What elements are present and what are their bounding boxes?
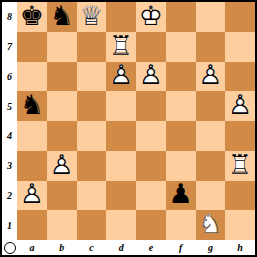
chess-board: ♚♞♛♕♚♔♜♖♟♙♟♙♟♙♞♟♙♟♙♜♖♟♙♟♞♘	[17, 2, 255, 240]
rank-label-5: 5	[2, 91, 17, 121]
file-label-g: g	[196, 240, 226, 255]
piece-white-pawn-g6[interactable]: ♟♙	[196, 62, 226, 92]
file-label-d: d	[106, 240, 136, 255]
file-label-b: b	[47, 240, 77, 255]
piece-white-pawn-e6[interactable]: ♟♙	[136, 62, 166, 92]
file-label-f: f	[166, 240, 196, 255]
square-d2[interactable]	[106, 181, 136, 211]
square-e7[interactable]	[136, 32, 166, 62]
rank-label-4: 4	[2, 121, 17, 151]
square-g3[interactable]	[196, 151, 226, 181]
square-d3[interactable]	[106, 151, 136, 181]
black-pawn-icon: ♟	[169, 181, 193, 208]
white-pawn-outline-icon: ♙	[109, 62, 133, 89]
square-d1[interactable]	[106, 210, 136, 240]
square-a1[interactable]	[17, 210, 47, 240]
rank-labels: 87654321	[2, 2, 17, 240]
square-d7[interactable]: ♜♖	[106, 32, 136, 62]
square-g2[interactable]	[196, 181, 226, 211]
square-h8[interactable]	[225, 2, 255, 32]
black-knight-icon: ♞	[20, 92, 44, 119]
white-pawn-outline-icon: ♙	[198, 62, 222, 89]
square-b7[interactable]	[47, 32, 77, 62]
square-f4[interactable]	[166, 121, 196, 151]
piece-white-pawn-h5[interactable]: ♟♙	[225, 91, 255, 121]
white-king-outline-icon: ♔	[139, 2, 163, 29]
square-e1[interactable]	[136, 210, 166, 240]
square-b8[interactable]: ♞	[47, 2, 77, 32]
square-c3[interactable]	[77, 151, 107, 181]
rank-label-6: 6	[2, 62, 17, 92]
rank-label-2: 2	[2, 181, 17, 211]
square-f8[interactable]	[166, 2, 196, 32]
square-b2[interactable]	[47, 181, 77, 211]
square-b6[interactable]	[47, 62, 77, 92]
square-e8[interactable]: ♚♔	[136, 2, 166, 32]
square-h1[interactable]	[225, 210, 255, 240]
square-e6[interactable]: ♟♙	[136, 62, 166, 92]
square-h5[interactable]: ♟♙	[225, 91, 255, 121]
piece-black-knight-b8[interactable]: ♞	[47, 2, 77, 32]
square-b1[interactable]	[47, 210, 77, 240]
piece-white-pawn-b3[interactable]: ♟♙	[47, 151, 77, 181]
white-pawn-outline-icon: ♙	[139, 62, 163, 89]
square-e3[interactable]	[136, 151, 166, 181]
white-knight-outline-icon: ♘	[198, 211, 222, 238]
white-pawn-outline-icon: ♙	[228, 92, 252, 119]
piece-white-pawn-d6[interactable]: ♟♙	[106, 62, 136, 92]
square-g5[interactable]	[196, 91, 226, 121]
square-d5[interactable]	[106, 91, 136, 121]
square-a4[interactable]	[17, 121, 47, 151]
square-h3[interactable]: ♜♖	[225, 151, 255, 181]
square-f5[interactable]	[166, 91, 196, 121]
piece-white-knight-g1[interactable]: ♞♘	[196, 210, 226, 240]
rank-label-3: 3	[2, 151, 17, 181]
piece-black-king-a8[interactable]: ♚	[17, 2, 47, 32]
square-d6[interactable]: ♟♙	[106, 62, 136, 92]
square-d4[interactable]	[106, 121, 136, 151]
square-b3[interactable]: ♟♙	[47, 151, 77, 181]
square-f7[interactable]	[166, 32, 196, 62]
square-c1[interactable]	[77, 210, 107, 240]
side-to-move-corner	[2, 240, 17, 255]
square-a2[interactable]: ♟♙	[17, 181, 47, 211]
black-knight-icon: ♞	[50, 2, 74, 29]
square-c8[interactable]: ♛♕	[77, 2, 107, 32]
piece-black-pawn-f2[interactable]: ♟	[166, 181, 196, 211]
square-a3[interactable]	[17, 151, 47, 181]
square-d8[interactable]	[106, 2, 136, 32]
square-h4[interactable]	[225, 121, 255, 151]
chess-diagram: 87654321 ♚♞♛♕♚♔♜♖♟♙♟♙♟♙♞♟♙♟♙♜♖♟♙♟♞♘ abcd…	[0, 0, 257, 257]
square-e2[interactable]	[136, 181, 166, 211]
rank-label-8: 8	[2, 2, 17, 32]
square-e5[interactable]	[136, 91, 166, 121]
rank-label-7: 7	[2, 32, 17, 62]
square-h6[interactable]	[225, 62, 255, 92]
file-label-c: c	[77, 240, 107, 255]
piece-white-rook-h3[interactable]: ♜♖	[225, 151, 255, 181]
file-label-e: e	[136, 240, 166, 255]
square-c6[interactable]	[77, 62, 107, 92]
white-rook-outline-icon: ♖	[109, 32, 133, 59]
square-b4[interactable]	[47, 121, 77, 151]
square-h7[interactable]	[225, 32, 255, 62]
piece-white-queen-c8[interactable]: ♛♕	[77, 2, 107, 32]
white-to-move-indicator	[4, 242, 16, 254]
square-b5[interactable]	[47, 91, 77, 121]
square-a6[interactable]	[17, 62, 47, 92]
square-h2[interactable]	[225, 181, 255, 211]
square-c4[interactable]	[77, 121, 107, 151]
piece-white-king-e8[interactable]: ♚♔	[136, 2, 166, 32]
square-c5[interactable]	[77, 91, 107, 121]
square-g7[interactable]	[196, 32, 226, 62]
black-king-icon: ♚	[20, 2, 44, 29]
white-queen-outline-icon: ♕	[79, 2, 103, 29]
white-pawn-outline-icon: ♙	[50, 151, 74, 178]
white-pawn-outline-icon: ♙	[20, 181, 44, 208]
square-e4[interactable]	[136, 121, 166, 151]
square-g1[interactable]: ♞♘	[196, 210, 226, 240]
rank-label-1: 1	[2, 210, 17, 240]
piece-white-pawn-a2[interactable]: ♟♙	[17, 181, 47, 211]
piece-white-rook-d7[interactable]: ♜♖	[106, 32, 136, 62]
square-a5[interactable]: ♞	[17, 91, 47, 121]
square-f2[interactable]: ♟	[166, 181, 196, 211]
square-a8[interactable]: ♚	[17, 2, 47, 32]
square-f6[interactable]	[166, 62, 196, 92]
square-c7[interactable]	[77, 32, 107, 62]
file-label-a: a	[17, 240, 47, 255]
square-c2[interactable]	[77, 181, 107, 211]
square-g4[interactable]	[196, 121, 226, 151]
square-f3[interactable]	[166, 151, 196, 181]
square-f1[interactable]	[166, 210, 196, 240]
square-g6[interactable]: ♟♙	[196, 62, 226, 92]
square-g8[interactable]	[196, 2, 226, 32]
file-labels: abcdefgh	[17, 240, 255, 255]
square-a7[interactable]	[17, 32, 47, 62]
piece-black-knight-a5[interactable]: ♞	[17, 91, 47, 121]
white-rook-outline-icon: ♖	[228, 151, 252, 178]
file-label-h: h	[225, 240, 255, 255]
